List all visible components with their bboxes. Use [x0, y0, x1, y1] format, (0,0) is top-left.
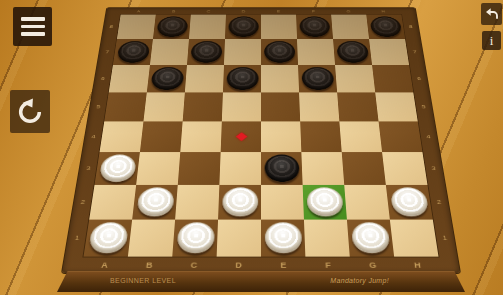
- checker-black-h8[interactable]: [369, 16, 402, 37]
- square-c5[interactable]: [183, 92, 223, 121]
- square-d6[interactable]: [223, 65, 261, 92]
- square-b4[interactable]: [140, 121, 183, 152]
- square-c8[interactable]: [189, 15, 226, 40]
- square-f8[interactable]: [296, 15, 333, 40]
- checker-black-e3[interactable]: [264, 154, 299, 182]
- jump-target-marker: [236, 132, 247, 141]
- file-label-b: B: [156, 8, 192, 15]
- square-a4[interactable]: [100, 121, 144, 152]
- square-d7[interactable]: [224, 39, 261, 65]
- square-f6[interactable]: [298, 65, 337, 92]
- file-label-e: E: [261, 257, 306, 273]
- square-d1[interactable]: [217, 220, 261, 257]
- square-a3[interactable]: [95, 152, 140, 185]
- square-g2[interactable]: [344, 185, 390, 220]
- square-g5[interactable]: [337, 92, 378, 121]
- file-label-e: E: [261, 8, 296, 15]
- square-a1[interactable]: [84, 220, 133, 257]
- checker-black-c7[interactable]: [190, 41, 222, 63]
- square-e2[interactable]: [261, 185, 304, 220]
- square-f7[interactable]: [297, 39, 335, 65]
- restart-circular-arrow-icon: [16, 98, 44, 126]
- file-label-d: D: [216, 257, 261, 273]
- file-label-f: F: [296, 8, 331, 15]
- square-f2[interactable]: [303, 185, 347, 220]
- menu-button[interactable]: [13, 7, 52, 46]
- square-g8[interactable]: [331, 15, 369, 40]
- square-g3[interactable]: [342, 152, 386, 185]
- square-b6[interactable]: [147, 65, 187, 92]
- square-h3[interactable]: [382, 152, 427, 185]
- file-label-b: B: [126, 257, 172, 273]
- status-message: Mandatory Jump!: [330, 277, 389, 284]
- square-h2[interactable]: [386, 185, 433, 220]
- checker-white-d2[interactable]: [222, 187, 258, 216]
- checker-black-f8[interactable]: [299, 16, 330, 37]
- board-grid: [84, 15, 439, 257]
- checker-black-d6[interactable]: [226, 67, 258, 90]
- file-label-g: G: [350, 257, 396, 273]
- checker-white-a3[interactable]: [98, 154, 136, 182]
- checker-white-f2[interactable]: [306, 187, 343, 216]
- square-a7[interactable]: [113, 39, 153, 65]
- square-f4[interactable]: [300, 121, 342, 152]
- square-b7[interactable]: [150, 39, 189, 65]
- checker-black-b8[interactable]: [156, 16, 188, 37]
- checker-white-b2[interactable]: [136, 187, 174, 216]
- square-d2[interactable]: [218, 185, 261, 220]
- square-a6[interactable]: [109, 65, 150, 92]
- info-icon: i: [490, 33, 494, 49]
- info-button[interactable]: i: [482, 31, 501, 50]
- square-e4[interactable]: [261, 121, 301, 152]
- file-label-f: F: [305, 257, 351, 273]
- file-label-a: A: [121, 8, 157, 15]
- checker-black-b6[interactable]: [150, 67, 184, 90]
- checker-white-h2[interactable]: [389, 187, 429, 216]
- square-g7[interactable]: [333, 39, 372, 65]
- square-d5[interactable]: [222, 92, 261, 121]
- undo-curved-arrow-icon: [484, 6, 500, 22]
- square-h7[interactable]: [369, 39, 409, 65]
- checker-black-d8[interactable]: [228, 16, 258, 37]
- square-f1[interactable]: [304, 220, 350, 257]
- square-e3[interactable]: [261, 152, 303, 185]
- square-h6[interactable]: [372, 65, 413, 92]
- square-f3[interactable]: [301, 152, 344, 185]
- square-e6[interactable]: [261, 65, 299, 92]
- square-a8[interactable]: [117, 15, 156, 40]
- checkers-board: ABCDEFGH 87654321 87654321 ABCDEFGH: [62, 8, 460, 273]
- file-label-d: D: [226, 8, 261, 15]
- square-a5[interactable]: [104, 92, 147, 121]
- square-d3[interactable]: [219, 152, 261, 185]
- file-label-c: C: [171, 257, 217, 273]
- checker-white-c1[interactable]: [176, 222, 215, 253]
- square-g1[interactable]: [347, 220, 394, 257]
- file-label-c: C: [191, 8, 226, 15]
- restart-button[interactable]: [10, 90, 50, 133]
- file-label-a: A: [81, 257, 128, 273]
- file-label-h: H: [365, 8, 401, 15]
- square-g6[interactable]: [335, 65, 375, 92]
- square-e5[interactable]: [261, 92, 300, 121]
- square-g4[interactable]: [339, 121, 382, 152]
- square-h8[interactable]: [366, 15, 405, 40]
- square-b8[interactable]: [153, 15, 191, 40]
- checker-black-g7[interactable]: [336, 41, 369, 63]
- checker-white-e1[interactable]: [264, 222, 301, 253]
- square-d4[interactable]: [221, 121, 261, 152]
- file-labels-bottom: ABCDEFGH: [81, 257, 441, 273]
- checker-white-a1[interactable]: [88, 222, 129, 253]
- checker-white-g1[interactable]: [350, 222, 390, 253]
- square-e8[interactable]: [261, 15, 297, 40]
- square-h4[interactable]: [379, 121, 423, 152]
- square-a2[interactable]: [89, 185, 136, 220]
- square-e1[interactable]: [261, 220, 305, 257]
- square-c6[interactable]: [185, 65, 224, 92]
- square-f5[interactable]: [299, 92, 339, 121]
- square-c3[interactable]: [178, 152, 221, 185]
- checker-black-f6[interactable]: [301, 67, 334, 90]
- square-h1[interactable]: [390, 220, 439, 257]
- square-c7[interactable]: [187, 39, 225, 65]
- square-b2[interactable]: [132, 185, 178, 220]
- file-label-h: H: [394, 257, 441, 273]
- checker-black-a7[interactable]: [116, 41, 150, 63]
- square-c1[interactable]: [172, 220, 218, 257]
- undo-button[interactable]: [481, 3, 502, 25]
- file-labels-top: ABCDEFGH: [121, 8, 402, 15]
- square-b5[interactable]: [143, 92, 184, 121]
- square-e7[interactable]: [261, 39, 298, 65]
- square-c4[interactable]: [180, 121, 222, 152]
- file-label-g: G: [331, 8, 367, 15]
- level-label: BEGINNER LEVEL: [110, 277, 176, 284]
- square-h5[interactable]: [375, 92, 418, 121]
- square-b1[interactable]: [128, 220, 175, 257]
- board-front-panel: BEGINNER LEVEL Mandatory Jump!: [57, 271, 465, 292]
- square-b3[interactable]: [136, 152, 180, 185]
- square-c2[interactable]: [175, 185, 219, 220]
- square-d8[interactable]: [225, 15, 261, 40]
- checker-black-e7[interactable]: [264, 41, 295, 63]
